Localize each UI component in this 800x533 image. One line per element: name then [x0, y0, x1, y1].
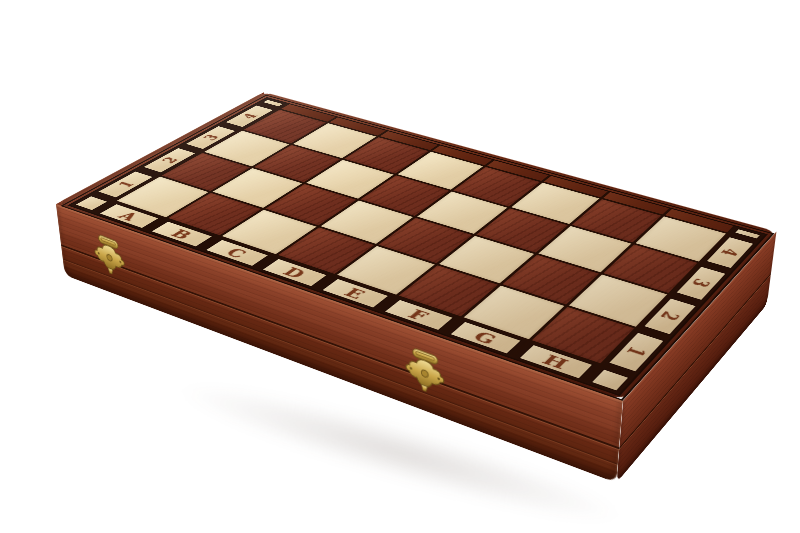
- file-label-d-text: D: [279, 264, 311, 281]
- rank-label-left-1-text: 1: [114, 179, 138, 189]
- photo-stage: 43214321ABCDEFGH: [0, 0, 800, 533]
- square-e1: [337, 246, 435, 295]
- rank-label-right-1-text: 1: [622, 344, 652, 359]
- square-f2: [439, 236, 534, 283]
- square-d1: [278, 227, 374, 273]
- file-label-f-text: F: [404, 306, 433, 323]
- rank-label-right-4-text: 4: [717, 246, 744, 258]
- hinge-rim-segment: [665, 209, 733, 232]
- file-label-g-text: G: [469, 328, 501, 347]
- rank-label-left-2-text: 2: [158, 155, 182, 164]
- file-label-b-text: B: [166, 226, 197, 241]
- square-h4: [635, 216, 726, 261]
- file-label-a-text: A: [114, 209, 143, 223]
- square-f1: [399, 265, 498, 316]
- file-label-h-text: H: [538, 351, 573, 372]
- square-g3: [538, 226, 631, 272]
- file-label-c-text: C: [222, 245, 252, 260]
- brass-latch-right-icon: [400, 340, 450, 405]
- file-label-e-text: E: [340, 285, 370, 302]
- square-h1: [532, 307, 634, 363]
- square-g1: [464, 286, 565, 340]
- rank-label-right-2-text: 2: [656, 309, 685, 323]
- square-g2: [502, 255, 599, 305]
- corner-piece-far-right: [730, 227, 765, 242]
- rank-label-left-4-text: 4: [238, 112, 260, 120]
- brass-latch-left-icon: [89, 228, 131, 286]
- square-e2: [379, 218, 473, 263]
- square-h3: [603, 244, 697, 293]
- rank-label-left-3-text: 3: [199, 133, 222, 142]
- square-h2: [569, 275, 667, 327]
- rank-label-right-3-text: 3: [687, 277, 715, 290]
